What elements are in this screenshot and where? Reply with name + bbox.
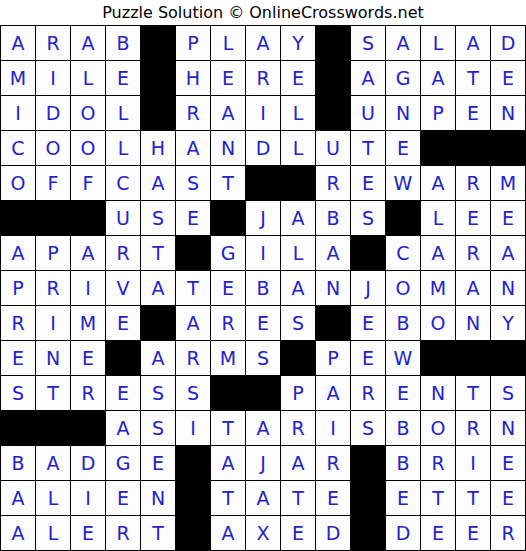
letter-cell[interactable]: C: [386, 236, 420, 270]
letter-cell[interactable]: S: [491, 376, 525, 410]
letter-cell[interactable]: I: [36, 61, 70, 95]
letter-cell[interactable]: M: [491, 166, 525, 200]
letter-cell[interactable]: R: [456, 411, 490, 445]
black-cell: [351, 481, 385, 515]
letter-cell[interactable]: G: [386, 61, 420, 95]
black-cell: [36, 411, 70, 445]
letter-cell[interactable]: S: [246, 341, 280, 375]
letter-cell[interactable]: A: [386, 26, 420, 60]
letter-cell[interactable]: E: [491, 61, 525, 95]
letter-cell[interactable]: I: [1, 96, 35, 130]
black-cell: [456, 131, 490, 165]
letter-cell[interactable]: N: [491, 411, 525, 445]
letter-cell[interactable]: B: [316, 201, 350, 235]
letter-cell[interactable]: S: [1, 376, 35, 410]
letter-cell[interactable]: E: [386, 376, 420, 410]
letter-cell[interactable]: T: [456, 376, 490, 410]
letter-cell[interactable]: U: [351, 96, 385, 130]
letter-cell[interactable]: O: [386, 271, 420, 305]
black-cell: [1, 411, 35, 445]
letter-cell[interactable]: P: [1, 271, 35, 305]
letter-cell[interactable]: T: [141, 236, 175, 270]
black-cell: [1, 201, 35, 235]
letter-cell[interactable]: P: [36, 236, 70, 270]
letter-cell[interactable]: E: [456, 516, 490, 550]
letter-cell[interactable]: A: [211, 446, 245, 480]
letter-cell[interactable]: A: [421, 236, 455, 270]
letter-cell[interactable]: N: [386, 96, 420, 130]
black-cell: [316, 26, 350, 60]
black-cell: [491, 341, 525, 375]
letter-cell[interactable]: P: [281, 376, 315, 410]
letter-cell[interactable]: D: [491, 26, 525, 60]
letter-cell[interactable]: S: [141, 201, 175, 235]
letter-cell[interactable]: R: [246, 61, 280, 95]
letter-cell[interactable]: H: [141, 131, 175, 165]
letter-cell[interactable]: O: [36, 131, 70, 165]
letter-cell[interactable]: A: [141, 341, 175, 375]
letter-cell[interactable]: N: [491, 96, 525, 130]
letter-cell[interactable]: A: [71, 26, 105, 60]
letter-cell[interactable]: E: [316, 481, 350, 515]
letter-cell[interactable]: Y: [281, 26, 315, 60]
letter-cell[interactable]: S: [176, 166, 210, 200]
black-cell: [246, 166, 280, 200]
letter-cell[interactable]: B: [246, 271, 280, 305]
letter-cell[interactable]: A: [1, 26, 35, 60]
letter-cell[interactable]: I: [456, 446, 490, 480]
letter-cell[interactable]: E: [211, 61, 245, 95]
letter-cell[interactable]: N: [36, 341, 70, 375]
letter-cell[interactable]: E: [141, 446, 175, 480]
letter-cell[interactable]: A: [36, 446, 70, 480]
letter-cell[interactable]: D: [71, 446, 105, 480]
black-cell: [246, 376, 280, 410]
letter-cell[interactable]: T: [351, 131, 385, 165]
letter-cell[interactable]: T: [176, 271, 210, 305]
crossword-grid: ARABPLAYSALADMILEHEREAGATEIDOLRAILUNPENC…: [0, 25, 526, 551]
letter-cell[interactable]: R: [316, 166, 350, 200]
black-cell: [316, 96, 350, 130]
letter-cell[interactable]: G: [211, 236, 245, 270]
letter-cell[interactable]: B: [1, 446, 35, 480]
letter-cell[interactable]: R: [316, 446, 350, 480]
letter-cell[interactable]: B: [386, 411, 420, 445]
letter-cell[interactable]: A: [246, 411, 280, 445]
letter-cell[interactable]: E: [176, 201, 210, 235]
letter-cell[interactable]: C: [1, 131, 35, 165]
letter-cell[interactable]: I: [71, 481, 105, 515]
black-cell: [281, 166, 315, 200]
black-cell: [456, 341, 490, 375]
letter-cell[interactable]: J: [351, 271, 385, 305]
letter-cell[interactable]: Y: [491, 306, 525, 340]
letter-cell[interactable]: I: [176, 411, 210, 445]
letter-cell[interactable]: A: [281, 271, 315, 305]
letter-cell[interactable]: O: [71, 96, 105, 130]
letter-cell[interactable]: P: [316, 341, 350, 375]
letter-cell[interactable]: S: [351, 201, 385, 235]
letter-cell[interactable]: B: [386, 446, 420, 480]
letter-cell[interactable]: R: [71, 376, 105, 410]
letter-cell[interactable]: A: [456, 26, 490, 60]
letter-cell[interactable]: P: [421, 96, 455, 130]
letter-cell[interactable]: L: [71, 61, 105, 95]
letter-cell[interactable]: E: [1, 341, 35, 375]
letter-cell[interactable]: S: [351, 26, 385, 60]
letter-cell[interactable]: A: [351, 61, 385, 95]
letter-cell[interactable]: U: [106, 201, 140, 235]
letter-cell[interactable]: R: [36, 271, 70, 305]
letter-cell[interactable]: L: [36, 481, 70, 515]
letter-cell[interactable]: E: [491, 201, 525, 235]
letter-cell[interactable]: O: [1, 166, 35, 200]
letter-cell[interactable]: L: [36, 516, 70, 550]
letter-cell[interactable]: L: [421, 201, 455, 235]
letter-cell[interactable]: A: [281, 201, 315, 235]
letter-cell[interactable]: E: [491, 481, 525, 515]
letter-cell[interactable]: E: [386, 481, 420, 515]
letter-cell[interactable]: L: [421, 26, 455, 60]
letter-cell[interactable]: A: [1, 236, 35, 270]
black-cell: [491, 131, 525, 165]
letter-cell[interactable]: E: [106, 481, 140, 515]
letter-cell[interactable]: H: [176, 61, 210, 95]
letter-cell[interactable]: E: [106, 306, 140, 340]
letter-cell[interactable]: D: [36, 96, 70, 130]
letter-cell[interactable]: T: [211, 411, 245, 445]
black-cell: [106, 341, 140, 375]
letter-cell[interactable]: E: [491, 446, 525, 480]
letter-cell[interactable]: M: [421, 271, 455, 305]
letter-cell[interactable]: L: [106, 96, 140, 130]
letter-cell[interactable]: T: [421, 481, 455, 515]
letter-cell[interactable]: R: [211, 306, 245, 340]
letter-cell[interactable]: P: [176, 26, 210, 60]
letter-cell[interactable]: T: [141, 516, 175, 550]
black-cell: [176, 516, 210, 550]
letter-cell[interactable]: E: [71, 516, 105, 550]
letter-cell[interactable]: T: [36, 376, 70, 410]
letter-cell[interactable]: N: [456, 306, 490, 340]
letter-cell[interactable]: N: [491, 271, 525, 305]
letter-cell[interactable]: R: [106, 236, 140, 270]
letter-cell[interactable]: R: [351, 376, 385, 410]
letter-cell[interactable]: E: [246, 306, 280, 340]
letter-cell[interactable]: N: [316, 271, 350, 305]
letter-cell[interactable]: T: [456, 481, 490, 515]
black-cell: [176, 236, 210, 270]
letter-cell[interactable]: A: [106, 411, 140, 445]
letter-cell[interactable]: I: [246, 96, 280, 130]
letter-cell[interactable]: S: [176, 376, 210, 410]
black-cell: [316, 306, 350, 340]
letter-cell[interactable]: I: [36, 306, 70, 340]
letter-cell[interactable]: S: [281, 306, 315, 340]
letter-cell[interactable]: L: [281, 131, 315, 165]
letter-cell[interactable]: D: [386, 516, 420, 550]
letter-cell[interactable]: A: [141, 166, 175, 200]
black-cell: [211, 201, 245, 235]
letter-cell[interactable]: S: [141, 411, 175, 445]
letter-cell[interactable]: V: [106, 271, 140, 305]
letter-cell[interactable]: L: [281, 236, 315, 270]
letter-cell[interactable]: A: [316, 236, 350, 270]
black-cell: [71, 411, 105, 445]
letter-cell[interactable]: T: [211, 166, 245, 200]
letter-cell[interactable]: D: [246, 131, 280, 165]
black-cell: [421, 341, 455, 375]
letter-cell[interactable]: L: [106, 131, 140, 165]
letter-cell[interactable]: E: [386, 131, 420, 165]
letter-cell[interactable]: A: [491, 236, 525, 270]
letter-cell[interactable]: B: [106, 26, 140, 60]
letter-cell[interactable]: A: [1, 516, 35, 550]
letter-cell[interactable]: S: [141, 376, 175, 410]
letter-cell[interactable]: A: [421, 166, 455, 200]
letter-cell[interactable]: E: [421, 516, 455, 550]
letter-cell[interactable]: A: [211, 516, 245, 550]
black-cell: [351, 446, 385, 480]
letter-cell[interactable]: I: [316, 411, 350, 445]
letter-cell[interactable]: O: [421, 411, 455, 445]
letter-cell[interactable]: W: [386, 341, 420, 375]
letter-cell[interactable]: A: [456, 271, 490, 305]
letter-cell[interactable]: E: [281, 516, 315, 550]
letter-cell[interactable]: R: [1, 306, 35, 340]
black-cell: [71, 201, 105, 235]
page-title: Puzzle Solution © OnlineCrosswords.net: [0, 0, 526, 25]
letter-cell[interactable]: E: [456, 96, 490, 130]
black-cell: [281, 341, 315, 375]
letter-cell[interactable]: R: [491, 516, 525, 550]
letter-cell[interactable]: B: [386, 306, 420, 340]
letter-cell[interactable]: F: [71, 166, 105, 200]
letter-cell[interactable]: X: [246, 516, 280, 550]
black-cell: [141, 96, 175, 130]
letter-cell[interactable]: N: [421, 376, 455, 410]
letter-cell[interactable]: E: [281, 61, 315, 95]
letter-cell[interactable]: A: [71, 236, 105, 270]
black-cell: [351, 236, 385, 270]
letter-cell[interactable]: E: [211, 271, 245, 305]
letter-cell[interactable]: A: [316, 376, 350, 410]
black-cell: [386, 201, 420, 235]
black-cell: [141, 61, 175, 95]
black-cell: [176, 446, 210, 480]
letter-cell[interactable]: J: [246, 446, 280, 480]
letter-cell[interactable]: F: [36, 166, 70, 200]
black-cell: [141, 26, 175, 60]
letter-cell[interactable]: A: [176, 131, 210, 165]
black-cell: [351, 516, 385, 550]
letter-cell[interactable]: J: [246, 201, 280, 235]
letter-cell[interactable]: N: [141, 481, 175, 515]
letter-cell[interactable]: C: [106, 166, 140, 200]
letter-cell[interactable]: T: [281, 481, 315, 515]
letter-cell[interactable]: E: [106, 376, 140, 410]
letter-cell[interactable]: A: [1, 481, 35, 515]
letter-cell[interactable]: A: [281, 446, 315, 480]
letter-cell[interactable]: A: [176, 306, 210, 340]
letter-cell[interactable]: M: [71, 306, 105, 340]
letter-cell[interactable]: E: [106, 61, 140, 95]
puzzle-solution-page: Puzzle Solution © OnlineCrosswords.net A…: [0, 0, 526, 551]
letter-cell[interactable]: R: [456, 166, 490, 200]
letter-cell[interactable]: T: [211, 481, 245, 515]
letter-cell[interactable]: E: [351, 306, 385, 340]
letter-cell[interactable]: I: [246, 236, 280, 270]
letter-cell[interactable]: T: [456, 61, 490, 95]
black-cell: [211, 376, 245, 410]
letter-cell[interactable]: O: [421, 306, 455, 340]
letter-cell[interactable]: R: [421, 446, 455, 480]
letter-cell[interactable]: M: [211, 341, 245, 375]
letter-cell[interactable]: A: [246, 26, 280, 60]
letter-cell[interactable]: M: [1, 61, 35, 95]
letter-cell[interactable]: N: [211, 131, 245, 165]
letter-cell[interactable]: U: [316, 131, 350, 165]
letter-cell[interactable]: E: [456, 201, 490, 235]
letter-cell[interactable]: L: [281, 96, 315, 130]
letter-cell[interactable]: G: [106, 446, 140, 480]
letter-cell[interactable]: A: [421, 61, 455, 95]
letter-cell[interactable]: E: [351, 341, 385, 375]
black-cell: [316, 61, 350, 95]
letter-cell[interactable]: O: [71, 131, 105, 165]
letter-cell[interactable]: R: [176, 96, 210, 130]
letter-cell[interactable]: W: [386, 166, 420, 200]
letter-cell[interactable]: E: [71, 341, 105, 375]
black-cell: [36, 201, 70, 235]
black-cell: [141, 306, 175, 340]
letter-cell[interactable]: R: [281, 411, 315, 445]
letter-cell[interactable]: I: [71, 271, 105, 305]
letter-cell[interactable]: S: [351, 411, 385, 445]
letter-cell[interactable]: L: [211, 26, 245, 60]
letter-cell[interactable]: A: [246, 481, 280, 515]
letter-cell[interactable]: D: [316, 516, 350, 550]
letter-cell[interactable]: A: [211, 96, 245, 130]
letter-cell[interactable]: R: [176, 341, 210, 375]
letter-cell[interactable]: E: [351, 166, 385, 200]
letter-cell[interactable]: R: [456, 236, 490, 270]
letter-cell[interactable]: R: [106, 516, 140, 550]
letter-cell[interactable]: A: [141, 271, 175, 305]
black-cell: [176, 481, 210, 515]
letter-cell[interactable]: R: [36, 26, 70, 60]
black-cell: [421, 131, 455, 165]
